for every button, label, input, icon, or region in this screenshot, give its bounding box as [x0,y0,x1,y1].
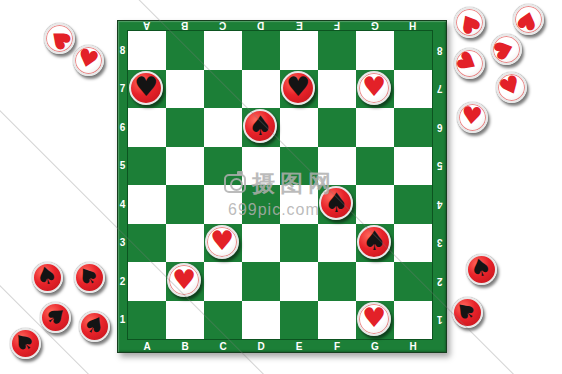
square-a2[interactable] [128,262,166,301]
square-e3[interactable] [280,224,318,263]
square-e6[interactable] [280,108,318,147]
off-board-piece[interactable]: ♠ [32,262,63,293]
heart-icon: ♥ [210,227,234,254]
square-e8[interactable] [280,31,318,70]
square-b8[interactable] [166,31,204,70]
coordinate-label: 1 [117,301,128,340]
square-a1[interactable] [128,301,166,340]
piece-c3[interactable]: ♥ [205,225,239,259]
coordinate-label: C [204,20,242,31]
heart-icon: ♥ [44,23,76,55]
board-frame: ABCDEFGH ABCDEFGH 87654321 87654321 [117,20,447,353]
coordinate-label: 8 [117,31,128,70]
coordinate-label: 4 [117,185,128,224]
off-board-piece[interactable]: ♠ [10,328,41,359]
coordinate-label: G [356,20,394,31]
piece-a7[interactable]: ♥ [129,71,163,105]
heart-icon: ♥ [452,47,484,78]
square-g4[interactable] [356,185,394,224]
square-a3[interactable] [128,224,166,263]
coordinate-label: E [280,339,318,353]
square-e1[interactable] [280,301,318,340]
square-c8[interactable] [204,31,242,70]
square-e4[interactable] [280,185,318,224]
spade-icon: ♠ [33,262,60,291]
square-d4[interactable] [242,185,280,224]
square-b3[interactable] [166,224,204,263]
square-c6[interactable] [204,108,242,147]
coordinate-label: D [242,20,280,31]
file-labels-bottom: ABCDEFGH [128,339,432,353]
coordinate-label: E [280,20,318,31]
square-g2[interactable] [356,262,394,301]
square-d8[interactable] [242,31,280,70]
piece-b2[interactable]: ♥ [167,263,201,297]
square-g8[interactable] [356,31,394,70]
off-board-piece[interactable]: ♠ [74,262,105,293]
coordinate-label: D [242,339,280,353]
square-b7[interactable] [166,70,204,109]
piece-f4[interactable]: ♠ [319,186,353,220]
square-h5[interactable] [394,147,432,186]
square-e2[interactable] [280,262,318,301]
spade-icon: ♠ [79,309,110,341]
square-f8[interactable] [318,31,356,70]
off-board-piece[interactable]: ♥ [457,102,488,133]
square-d7[interactable] [242,70,280,109]
square-f5[interactable] [318,147,356,186]
heart-icon: ♥ [75,45,102,74]
square-h3[interactable] [394,224,432,263]
off-board-piece[interactable]: ♥ [491,34,522,65]
rank-labels-left: 87654321 [117,31,128,339]
coordinate-label: 6 [432,108,447,147]
square-g5[interactable] [356,147,394,186]
square-d2[interactable] [242,262,280,301]
coordinate-label: B [166,339,204,353]
spade-icon: ♠ [362,227,386,254]
coordinate-label: G [356,339,394,353]
heart-icon: ♥ [362,73,386,100]
square-a5[interactable] [128,147,166,186]
heart-icon: ♥ [134,73,158,100]
coordinate-label: F [318,20,356,31]
square-f7[interactable] [318,70,356,109]
coordinate-label: 3 [117,224,128,263]
off-board-piece[interactable]: ♥ [513,4,544,35]
coordinate-label: 5 [432,147,447,186]
heart-icon: ♥ [172,266,196,293]
off-board-piece[interactable]: ♠ [40,302,71,333]
square-c2[interactable] [204,262,242,301]
square-d5[interactable] [242,147,280,186]
square-a6[interactable] [128,108,166,147]
square-h6[interactable] [394,108,432,147]
square-b5[interactable] [166,147,204,186]
spade-icon: ♠ [467,254,494,283]
coordinate-label: H [394,20,432,31]
square-b6[interactable] [166,108,204,147]
coordinate-label: 3 [432,224,447,263]
coordinate-label: 2 [432,262,447,301]
square-d3[interactable] [242,224,280,263]
coordinate-label: C [204,339,242,353]
square-h1[interactable] [394,301,432,340]
square-f6[interactable] [318,108,356,147]
coordinate-label: B [166,20,204,31]
coordinate-label: A [128,20,166,31]
coordinate-label: 7 [117,70,128,109]
spade-icon: ♠ [8,326,40,358]
coordinate-label: 2 [117,262,128,301]
off-board-piece[interactable]: ♠ [79,311,110,342]
square-e5[interactable] [280,147,318,186]
heart-icon: ♥ [286,73,310,100]
off-board-piece[interactable]: ♥ [44,23,75,54]
square-f2[interactable] [318,262,356,301]
off-board-piece[interactable]: ♥ [454,7,485,38]
off-board-piece[interactable]: ♥ [496,72,527,103]
spade-icon: ♠ [248,112,272,139]
square-a8[interactable] [128,31,166,70]
off-board-piece[interactable]: ♥ [73,45,104,76]
piece-g3[interactable]: ♠ [357,225,391,259]
square-h4[interactable] [394,185,432,224]
square-c4[interactable] [204,185,242,224]
heart-icon: ♥ [490,35,520,63]
square-h7[interactable] [394,70,432,109]
square-g6[interactable] [356,108,394,147]
piece-e7[interactable]: ♥ [281,71,315,105]
square-d1[interactable] [242,301,280,340]
spade-icon: ♠ [324,189,348,216]
off-board-piece[interactable]: ♠ [466,254,497,285]
square-c1[interactable] [204,301,242,340]
spade-icon: ♠ [73,260,104,292]
square-b4[interactable] [166,185,204,224]
off-board-piece[interactable]: ♥ [454,48,485,79]
coordinate-label: F [318,339,356,353]
heart-icon: ♥ [460,103,484,129]
square-c7[interactable] [204,70,242,109]
page-canvas: ABCDEFGH ABCDEFGH 87654321 87654321 ♥♥♥♠… [0,0,562,374]
heart-icon: ♥ [514,6,541,35]
coordinate-label: 1 [432,301,447,340]
off-board-piece[interactable]: ♠ [452,297,483,328]
coordinate-label: H [394,339,432,353]
coordinate-label: 7 [432,70,447,109]
coordinate-label: 4 [432,185,447,224]
square-h2[interactable] [394,262,432,301]
square-h8[interactable] [394,31,432,70]
piece-d6[interactable]: ♠ [243,109,277,143]
heart-icon: ♥ [496,71,526,102]
coordinate-label: A [128,339,166,353]
square-f3[interactable] [318,224,356,263]
heart-icon: ♥ [362,304,386,331]
square-f1[interactable] [318,301,356,340]
coordinate-label: 6 [117,108,128,147]
file-labels-top: ABCDEFGH [128,20,432,31]
rank-labels-right: 87654321 [432,31,447,339]
coordinate-label: 5 [117,147,128,186]
spade-icon: ♠ [40,300,72,332]
piece-g1[interactable]: ♥ [357,302,391,336]
square-b1[interactable] [166,301,204,340]
heart-icon: ♥ [454,7,485,39]
square-c5[interactable] [204,147,242,186]
square-a4[interactable] [128,185,166,224]
piece-g7[interactable]: ♥ [357,71,391,105]
spade-icon: ♠ [450,295,482,327]
coordinate-label: 8 [432,31,447,70]
